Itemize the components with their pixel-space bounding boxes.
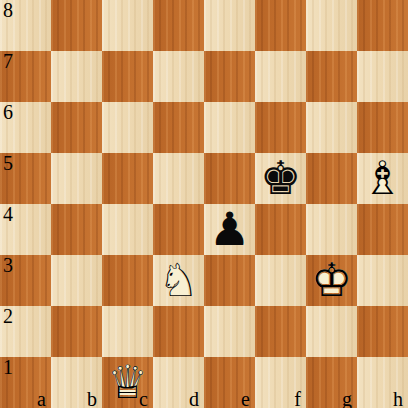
piece-outline: ♔ [306,255,357,306]
square-b2[interactable] [51,306,102,357]
file-label-e: e [241,389,250,408]
square-h1[interactable]: h [357,357,408,408]
square-a3[interactable]: 3 [0,255,51,306]
square-h2[interactable] [357,306,408,357]
square-c3[interactable] [102,255,153,306]
rank-label-6: 6 [3,102,13,123]
square-g2[interactable] [306,306,357,357]
rank-label-4: 4 [3,204,13,225]
square-e7[interactable] [204,51,255,102]
square-a5[interactable]: 5 [0,153,51,204]
square-g3[interactable]: ♚♔ [306,255,357,306]
square-b6[interactable] [51,102,102,153]
square-f4[interactable] [255,204,306,255]
file-label-g: g [342,389,352,408]
square-c2[interactable] [102,306,153,357]
square-a6[interactable]: 6 [0,102,51,153]
square-a7[interactable]: 7 [0,51,51,102]
square-b3[interactable] [51,255,102,306]
square-c8[interactable] [102,0,153,51]
square-a8[interactable]: 8 [0,0,51,51]
rank-label-1: 1 [3,357,13,378]
square-h5[interactable]: ♝♗ [357,153,408,204]
square-f2[interactable] [255,306,306,357]
square-g8[interactable] [306,0,357,51]
square-d5[interactable] [153,153,204,204]
square-f7[interactable] [255,51,306,102]
white-bishop-icon[interactable]: ♝♗ [357,153,408,204]
square-b7[interactable] [51,51,102,102]
square-e6[interactable] [204,102,255,153]
rank-label-5: 5 [3,153,13,174]
square-e8[interactable] [204,0,255,51]
square-f8[interactable] [255,0,306,51]
piece-glyph: ♟ [204,204,255,255]
square-c5[interactable] [102,153,153,204]
file-label-b: b [87,389,97,408]
square-a4[interactable]: 4 [0,204,51,255]
square-g7[interactable] [306,51,357,102]
square-a1[interactable]: 1a [0,357,51,408]
square-d8[interactable] [153,0,204,51]
square-a2[interactable]: 2 [0,306,51,357]
square-e1[interactable]: e [204,357,255,408]
square-d7[interactable] [153,51,204,102]
file-label-h: h [393,389,403,408]
square-d4[interactable] [153,204,204,255]
square-h7[interactable] [357,51,408,102]
square-g1[interactable]: g [306,357,357,408]
chess-board: 8765♚♝♗4♟3♞♘♚♔21abc♛♕defgh [0,0,408,408]
square-d6[interactable] [153,102,204,153]
file-label-f: f [294,389,301,408]
square-h4[interactable] [357,204,408,255]
square-f6[interactable] [255,102,306,153]
file-label-a: a [37,389,46,408]
square-d2[interactable] [153,306,204,357]
square-g5[interactable] [306,153,357,204]
square-c6[interactable] [102,102,153,153]
black-pawn-icon[interactable]: ♟ [204,204,255,255]
square-d3[interactable]: ♞♘ [153,255,204,306]
rank-label-7: 7 [3,51,13,72]
square-b8[interactable] [51,0,102,51]
file-label-d: d [189,389,199,408]
piece-outline: ♗ [357,153,408,204]
square-c4[interactable] [102,204,153,255]
square-e5[interactable] [204,153,255,204]
rank-label-8: 8 [3,0,13,21]
square-g4[interactable] [306,204,357,255]
rank-label-2: 2 [3,306,13,327]
square-h6[interactable] [357,102,408,153]
white-king-icon[interactable]: ♚♔ [306,255,357,306]
rank-label-3: 3 [3,255,13,276]
square-f3[interactable] [255,255,306,306]
square-h3[interactable] [357,255,408,306]
square-d1[interactable]: d [153,357,204,408]
piece-outline: ♕ [102,357,153,408]
square-f5[interactable]: ♚ [255,153,306,204]
square-g6[interactable] [306,102,357,153]
square-e4[interactable]: ♟ [204,204,255,255]
square-e3[interactable] [204,255,255,306]
square-e2[interactable] [204,306,255,357]
white-queen-icon[interactable]: ♛♕ [102,357,153,408]
square-h8[interactable] [357,0,408,51]
square-b4[interactable] [51,204,102,255]
square-f1[interactable]: f [255,357,306,408]
square-c7[interactable] [102,51,153,102]
piece-outline: ♘ [153,255,204,306]
square-b1[interactable]: b [51,357,102,408]
square-c1[interactable]: c♛♕ [102,357,153,408]
black-king-icon[interactable]: ♚ [255,153,306,204]
white-knight-icon[interactable]: ♞♘ [153,255,204,306]
piece-glyph: ♚ [255,153,306,204]
square-b5[interactable] [51,153,102,204]
